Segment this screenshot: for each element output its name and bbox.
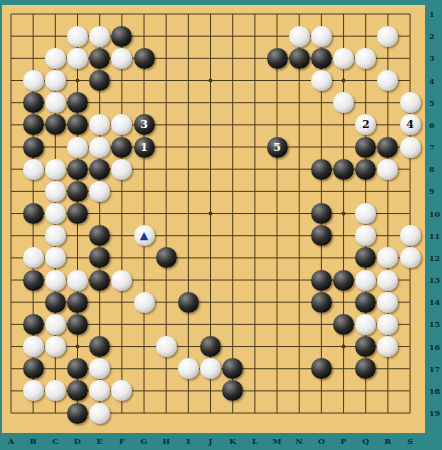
black-stone-O3 xyxy=(311,48,332,69)
black-stone-G3 xyxy=(134,48,155,69)
white-stone-B18 xyxy=(23,380,44,401)
white-stone-E19 xyxy=(89,403,110,424)
black-stone-M3 xyxy=(267,48,288,69)
black-stone-N3 xyxy=(289,48,310,69)
column-label-O: O xyxy=(318,436,325,446)
black-stone-M7: 5 xyxy=(267,137,288,158)
move-number-4: 4 xyxy=(406,119,414,130)
white-stone-B8 xyxy=(23,159,44,180)
white-stone-Q3 xyxy=(355,48,376,69)
black-stone-E8 xyxy=(89,159,110,180)
row-label-1: 1 xyxy=(429,9,435,19)
row-label-2: 2 xyxy=(429,31,435,41)
column-label-A: A xyxy=(8,436,14,446)
white-stone-C10 xyxy=(45,203,66,224)
go-game-window: 32415▲ ABCDEFGHIJKLMNOPQRS12345678910111… xyxy=(0,0,442,450)
column-label-R: R xyxy=(385,436,392,446)
white-stone-D3 xyxy=(67,48,88,69)
row-label-14: 14 xyxy=(429,297,440,307)
black-stone-P8 xyxy=(333,159,354,180)
white-stone-R13 xyxy=(377,270,398,291)
black-stone-P13 xyxy=(333,270,354,291)
row-label-17: 17 xyxy=(429,364,440,374)
black-stone-G6: 3 xyxy=(134,114,155,135)
black-stone-I14 xyxy=(178,292,199,313)
white-stone-C16 xyxy=(45,336,66,357)
row-label-8: 8 xyxy=(429,164,435,174)
white-stone-R14 xyxy=(377,292,398,313)
white-stone-F8 xyxy=(111,159,132,180)
black-stone-B13 xyxy=(23,270,44,291)
row-label-5: 5 xyxy=(429,98,435,108)
black-stone-D19 xyxy=(67,403,88,424)
white-stone-C5 xyxy=(45,92,66,113)
column-label-M: M xyxy=(273,436,282,446)
column-label-E: E xyxy=(97,436,103,446)
row-label-4: 4 xyxy=(429,76,435,86)
column-label-H: H xyxy=(162,436,170,446)
white-stone-C3 xyxy=(45,48,66,69)
white-stone-Q13 xyxy=(355,270,376,291)
black-stone-G7: 1 xyxy=(134,137,155,158)
black-stone-D14 xyxy=(67,292,88,313)
column-label-C: C xyxy=(52,436,58,446)
column-label-I: I xyxy=(186,436,190,446)
column-label-L: L xyxy=(252,436,258,446)
white-stone-C4 xyxy=(45,70,66,91)
white-stone-S5 xyxy=(400,92,421,113)
black-stone-O8 xyxy=(311,159,332,180)
black-stone-R7 xyxy=(377,137,398,158)
white-stone-O4 xyxy=(311,70,332,91)
black-stone-B17 xyxy=(23,358,44,379)
white-stone-D7 xyxy=(67,137,88,158)
row-label-10: 10 xyxy=(429,209,440,219)
white-stone-C8 xyxy=(45,159,66,180)
white-stone-C15 xyxy=(45,314,66,335)
move-number-1: 1 xyxy=(140,142,148,153)
black-stone-F7 xyxy=(111,137,132,158)
column-label-F: F xyxy=(119,436,125,446)
white-stone-C9 xyxy=(45,181,66,202)
column-label-N: N xyxy=(296,436,303,446)
white-stone-E7 xyxy=(89,137,110,158)
row-label-13: 13 xyxy=(429,275,440,285)
black-stone-Q8 xyxy=(355,159,376,180)
row-label-11: 11 xyxy=(429,231,440,241)
triangle-marker: ▲ xyxy=(140,230,148,241)
row-label-12: 12 xyxy=(429,253,440,263)
black-stone-F2 xyxy=(111,26,132,47)
white-stone-S7 xyxy=(400,137,421,158)
row-label-3: 3 xyxy=(429,53,435,63)
white-stone-B4 xyxy=(23,70,44,91)
row-label-7: 7 xyxy=(429,142,435,152)
black-stone-E13 xyxy=(89,270,110,291)
column-label-J: J xyxy=(209,436,213,446)
black-stone-O11 xyxy=(311,225,332,246)
white-stone-N2 xyxy=(289,26,310,47)
column-label-G: G xyxy=(141,436,148,446)
row-label-15: 15 xyxy=(429,319,440,329)
black-stone-B7 xyxy=(23,137,44,158)
black-stone-D10 xyxy=(67,203,88,224)
white-stone-D2 xyxy=(67,26,88,47)
black-stone-H12 xyxy=(156,247,177,268)
black-stone-O10 xyxy=(311,203,332,224)
row-label-6: 6 xyxy=(429,120,435,130)
black-stone-Q14 xyxy=(355,292,376,313)
move-number-5: 5 xyxy=(273,142,281,153)
white-stone-E2 xyxy=(89,26,110,47)
board-grid xyxy=(0,0,442,450)
row-label-18: 18 xyxy=(429,386,440,396)
row-label-9: 9 xyxy=(429,186,435,196)
move-number-2: 2 xyxy=(362,119,370,130)
column-label-B: B xyxy=(30,436,37,446)
white-stone-O2 xyxy=(311,26,332,47)
black-stone-B10 xyxy=(23,203,44,224)
black-stone-E3 xyxy=(89,48,110,69)
white-stone-B16 xyxy=(23,336,44,357)
row-label-16: 16 xyxy=(429,342,440,352)
white-stone-G11: ▲ xyxy=(134,225,155,246)
white-stone-S11 xyxy=(400,225,421,246)
black-stone-B6 xyxy=(23,114,44,135)
black-stone-J16 xyxy=(200,336,221,357)
black-stone-D9 xyxy=(67,181,88,202)
column-label-P: P xyxy=(341,436,347,446)
white-stone-D13 xyxy=(67,270,88,291)
black-stone-O13 xyxy=(311,270,332,291)
white-stone-Q15 xyxy=(355,314,376,335)
white-stone-R2 xyxy=(377,26,398,47)
black-stone-B5 xyxy=(23,92,44,113)
white-stone-S12 xyxy=(400,247,421,268)
row-label-19: 19 xyxy=(429,408,440,418)
black-stone-D8 xyxy=(67,159,88,180)
black-stone-D15 xyxy=(67,314,88,335)
white-stone-C13 xyxy=(45,270,66,291)
white-stone-I17 xyxy=(178,358,199,379)
move-number-3: 3 xyxy=(140,119,148,130)
black-stone-P15 xyxy=(333,314,354,335)
black-stone-O17 xyxy=(311,358,332,379)
white-stone-C11 xyxy=(45,225,66,246)
column-label-Q: Q xyxy=(362,436,369,446)
black-stone-B15 xyxy=(23,314,44,335)
white-stone-H16 xyxy=(156,336,177,357)
white-stone-P3 xyxy=(333,48,354,69)
black-stone-Q7 xyxy=(355,137,376,158)
white-stone-E9 xyxy=(89,181,110,202)
column-label-D: D xyxy=(74,436,81,446)
white-stone-B12 xyxy=(23,247,44,268)
column-label-S: S xyxy=(407,436,413,446)
black-stone-C14 xyxy=(45,292,66,313)
black-stone-O14 xyxy=(311,292,332,313)
white-stone-F13 xyxy=(111,270,132,291)
white-stone-S6: 4 xyxy=(400,114,421,135)
column-label-K: K xyxy=(229,436,236,446)
white-stone-G14 xyxy=(134,292,155,313)
white-stone-R8 xyxy=(377,159,398,180)
